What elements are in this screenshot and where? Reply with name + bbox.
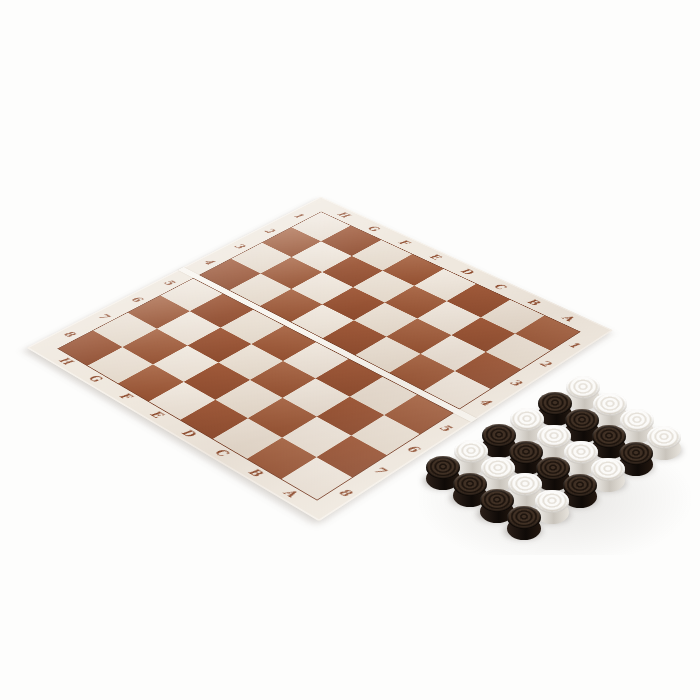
- black-checker-piece: [507, 506, 541, 542]
- product-photo-scene: HHGGFFEEDDCCBBAA1122334455667788: [0, 0, 700, 700]
- piece-top-face: [507, 506, 541, 529]
